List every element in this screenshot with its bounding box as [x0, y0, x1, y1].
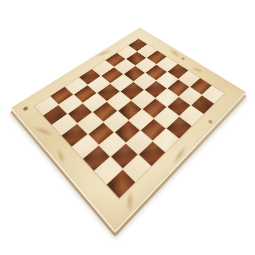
scene: [0, 0, 255, 255]
marble-fleck: [208, 119, 214, 124]
marble-fleck: [22, 106, 29, 111]
marble-vein: [126, 190, 134, 214]
marble-fleck: [181, 57, 186, 60]
marble-vein: [54, 147, 68, 166]
